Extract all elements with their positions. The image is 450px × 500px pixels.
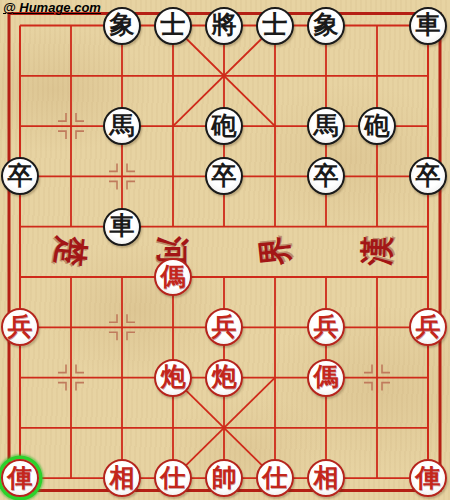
piece-red-horse-d6[interactable]: 傌 (154, 258, 192, 296)
piece-glyph: 馬 (314, 113, 339, 138)
piece-glyph: 士 (161, 12, 186, 37)
piece-black-general-e1[interactable]: 將 (205, 7, 243, 45)
piece-glyph: 兵 (8, 314, 33, 339)
piece-glyph: 俥 (8, 465, 33, 490)
piece-glyph: 象 (110, 12, 135, 37)
piece-glyph: 炮 (212, 364, 237, 389)
piece-black-advisor-f1[interactable]: 士 (256, 7, 294, 45)
piece-glyph: 卒 (8, 163, 33, 188)
piece-glyph: 俥 (416, 465, 441, 490)
piece-black-horse-g3[interactable]: 馬 (307, 107, 345, 145)
piece-black-cannon-e3[interactable]: 砲 (205, 107, 243, 145)
piece-glyph: 將 (212, 12, 237, 37)
piece-red-advisor-f10[interactable]: 仕 (256, 459, 294, 497)
river-text-漢: 漢 (359, 236, 394, 267)
piece-red-elephant-c10[interactable]: 相 (103, 459, 141, 497)
piece-glyph: 帥 (212, 465, 237, 490)
piece-glyph: 車 (416, 12, 441, 37)
piece-glyph: 兵 (212, 314, 237, 339)
piece-red-horse-g8[interactable]: 傌 (307, 359, 345, 397)
piece-black-advisor-d1[interactable]: 士 (154, 7, 192, 45)
piece-glyph: 卒 (416, 163, 441, 188)
piece-red-cannon-d8[interactable]: 炮 (154, 359, 192, 397)
piece-glyph: 士 (263, 12, 288, 37)
piece-glyph: 車 (110, 213, 135, 238)
piece-glyph: 炮 (161, 364, 186, 389)
piece-black-chariot-c5[interactable]: 車 (103, 208, 141, 246)
river-text-楚: 楚 (53, 235, 90, 268)
piece-glyph: 卒 (212, 163, 237, 188)
piece-red-chariot-a10[interactable]: 俥 (1, 459, 39, 497)
piece-glyph: 象 (314, 12, 339, 37)
piece-black-cannon-h3[interactable]: 砲 (358, 107, 396, 145)
watermark-text: @ Humage.com (3, 0, 101, 15)
piece-black-elephant-g1[interactable]: 象 (307, 7, 345, 45)
piece-glyph: 砲 (212, 113, 237, 138)
piece-glyph: 兵 (314, 314, 339, 339)
piece-black-horse-c3[interactable]: 馬 (103, 107, 141, 145)
piece-glyph: 仕 (263, 465, 288, 490)
piece-red-cannon-e8[interactable]: 炮 (205, 359, 243, 397)
piece-red-elephant-g10[interactable]: 相 (307, 459, 345, 497)
piece-red-advisor-d10[interactable]: 仕 (154, 459, 192, 497)
piece-glyph: 相 (314, 465, 339, 490)
piece-glyph: 砲 (365, 113, 390, 138)
xiangqi-board: @ Humage.com 楚河界漢象士將士象車馬砲馬砲卒卒卒卒車傌兵兵兵兵炮炮傌… (0, 0, 450, 500)
piece-glyph: 仕 (161, 465, 186, 490)
piece-black-elephant-c1[interactable]: 象 (103, 7, 141, 45)
piece-glyph: 卒 (314, 163, 339, 188)
piece-glyph: 傌 (314, 364, 339, 389)
piece-glyph: 相 (110, 465, 135, 490)
piece-black-chariot-i1[interactable]: 車 (409, 7, 447, 45)
piece-glyph: 馬 (110, 113, 135, 138)
piece-red-general-e10[interactable]: 帥 (205, 459, 243, 497)
piece-red-chariot-i10[interactable]: 俥 (409, 459, 447, 497)
piece-glyph: 傌 (161, 264, 186, 289)
piece-glyph: 兵 (416, 314, 441, 339)
river-text-界: 界 (257, 235, 294, 268)
